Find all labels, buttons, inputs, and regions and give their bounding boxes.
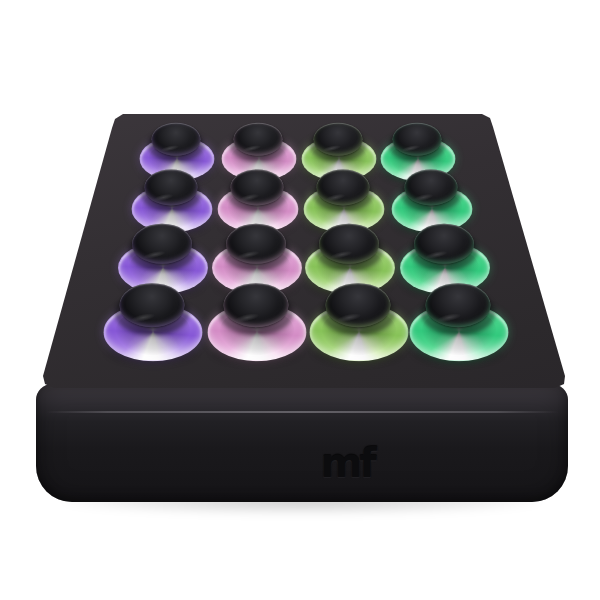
- button-cap: [144, 169, 198, 205]
- pad-r4c1[interactable]: [104, 283, 201, 361]
- pad-r4c4[interactable]: [410, 283, 507, 361]
- button-cap: [404, 169, 458, 205]
- button-cap: [414, 224, 474, 264]
- pad-r4c3[interactable]: [310, 283, 407, 361]
- button-cap: [226, 224, 286, 264]
- pad-grid: [0, 0, 600, 600]
- button-cap: [132, 224, 192, 264]
- button-cap: [319, 224, 379, 264]
- button-cap: [316, 169, 370, 205]
- product-photo: mf: [0, 0, 600, 600]
- button-cap: [230, 169, 284, 205]
- pad-r4c2[interactable]: [208, 283, 305, 361]
